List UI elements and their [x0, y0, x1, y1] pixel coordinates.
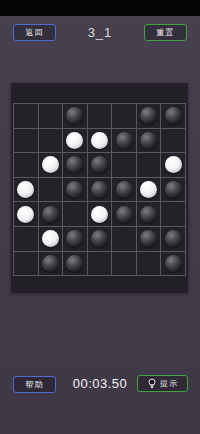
board-cell-r3c6[interactable]	[137, 153, 161, 177]
black-stone[interactable]	[140, 107, 157, 124]
board-cell-r5c7[interactable]	[161, 202, 185, 226]
board-cell-r1c6[interactable]	[137, 104, 161, 128]
board-cell-r2c2[interactable]	[39, 129, 63, 153]
black-stone[interactable]	[165, 255, 182, 272]
white-stone[interactable]	[91, 132, 108, 149]
black-stone[interactable]	[116, 132, 133, 149]
board-cell-r1c3[interactable]	[63, 104, 87, 128]
board-cell-r6c4[interactable]	[88, 227, 112, 251]
reset-button[interactable]: 重置	[144, 24, 187, 41]
board-cell-r5c4[interactable]	[88, 202, 112, 226]
board-cell-r7c1[interactable]	[14, 252, 38, 276]
board-cell-r6c7[interactable]	[161, 227, 185, 251]
white-stone[interactable]	[66, 132, 83, 149]
board-cell-r1c4[interactable]	[88, 104, 112, 128]
black-stone[interactable]	[42, 206, 59, 223]
puzzle-board	[11, 83, 188, 293]
black-stone[interactable]	[91, 230, 108, 247]
black-stone[interactable]	[91, 156, 108, 173]
board-cell-r6c1[interactable]	[14, 227, 38, 251]
board-cell-r4c2[interactable]	[39, 178, 63, 202]
app-screen: 返回 3_1 重置 帮助 00:03.50 提示	[0, 0, 200, 434]
black-stone[interactable]	[91, 181, 108, 198]
board-cell-r6c2[interactable]	[39, 227, 63, 251]
board-cell-r5c2[interactable]	[39, 202, 63, 226]
black-stone[interactable]	[66, 255, 83, 272]
black-stone[interactable]	[140, 230, 157, 247]
white-stone[interactable]	[140, 181, 157, 198]
board-cell-r2c5[interactable]	[112, 129, 136, 153]
black-stone[interactable]	[66, 230, 83, 247]
board-cell-r3c3[interactable]	[63, 153, 87, 177]
hint-button-label: 提示	[160, 378, 178, 389]
board-cell-r7c6[interactable]	[137, 252, 161, 276]
board-cell-r2c6[interactable]	[137, 129, 161, 153]
board-cell-r2c1[interactable]	[14, 129, 38, 153]
black-stone[interactable]	[140, 132, 157, 149]
board-cell-r5c1[interactable]	[14, 202, 38, 226]
black-stone[interactable]	[165, 181, 182, 198]
black-stone[interactable]	[116, 181, 133, 198]
black-stone[interactable]	[165, 230, 182, 247]
black-stone[interactable]	[66, 107, 83, 124]
white-stone[interactable]	[17, 181, 34, 198]
board-cell-r5c3[interactable]	[63, 202, 87, 226]
board-cell-r4c7[interactable]	[161, 178, 185, 202]
board-cell-r3c2[interactable]	[39, 153, 63, 177]
white-stone[interactable]	[17, 206, 34, 223]
board-cell-r5c5[interactable]	[112, 202, 136, 226]
board-cell-r4c1[interactable]	[14, 178, 38, 202]
board-cell-r4c5[interactable]	[112, 178, 136, 202]
board-cell-r6c3[interactable]	[63, 227, 87, 251]
lightbulb-icon	[147, 378, 157, 389]
white-stone[interactable]	[42, 230, 59, 247]
board-cell-r1c5[interactable]	[112, 104, 136, 128]
board-cell-r3c5[interactable]	[112, 153, 136, 177]
board-cell-r7c5[interactable]	[112, 252, 136, 276]
board-cell-r7c4[interactable]	[88, 252, 112, 276]
board-cell-r3c4[interactable]	[88, 153, 112, 177]
reset-button-label: 重置	[157, 27, 175, 38]
board-cell-r5c6[interactable]	[137, 202, 161, 226]
white-stone[interactable]	[42, 156, 59, 173]
board-cell-r3c7[interactable]	[161, 153, 185, 177]
board-grid	[13, 103, 186, 276]
board-cell-r2c7[interactable]	[161, 129, 185, 153]
board-cell-r6c6[interactable]	[137, 227, 161, 251]
board-cell-r1c7[interactable]	[161, 104, 185, 128]
board-cell-r7c2[interactable]	[39, 252, 63, 276]
black-stone[interactable]	[66, 181, 83, 198]
white-stone[interactable]	[91, 206, 108, 223]
black-stone[interactable]	[116, 206, 133, 223]
black-stone[interactable]	[165, 107, 182, 124]
board-cell-r1c1[interactable]	[14, 104, 38, 128]
board-cell-r4c3[interactable]	[63, 178, 87, 202]
black-stone[interactable]	[66, 156, 83, 173]
white-stone[interactable]	[165, 156, 182, 173]
black-stone[interactable]	[42, 255, 59, 272]
board-cell-r1c2[interactable]	[39, 104, 63, 128]
board-cell-r3c1[interactable]	[14, 153, 38, 177]
hint-button[interactable]: 提示	[137, 375, 188, 392]
board-cell-r2c4[interactable]	[88, 129, 112, 153]
board-cell-r4c4[interactable]	[88, 178, 112, 202]
board-cell-r2c3[interactable]	[63, 129, 87, 153]
board-cell-r7c3[interactable]	[63, 252, 87, 276]
board-cell-r7c7[interactable]	[161, 252, 185, 276]
board-cell-r6c5[interactable]	[112, 227, 136, 251]
board-cell-r4c6[interactable]	[137, 178, 161, 202]
status-bar	[0, 0, 200, 16]
black-stone[interactable]	[140, 206, 157, 223]
